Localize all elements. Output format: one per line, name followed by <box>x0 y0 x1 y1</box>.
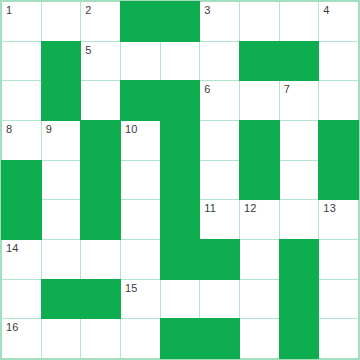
cell-r5c5[interactable]: 11 <box>200 200 239 239</box>
cell-r3c7[interactable] <box>280 121 319 160</box>
cell-r2c5[interactable]: 6 <box>200 81 239 120</box>
blocked-cell-r4c6 <box>240 161 279 200</box>
blocked-cell-r3c8 <box>319 121 358 160</box>
cell-r5c1[interactable] <box>42 200 81 239</box>
cell-r8c1[interactable] <box>42 319 81 358</box>
blocked-cell-r1c6 <box>240 42 279 81</box>
cell-r3c0[interactable]: 8 <box>2 121 41 160</box>
blocked-cell-r1c7 <box>280 42 319 81</box>
cell-r0c6[interactable] <box>240 2 279 41</box>
cell-r0c5[interactable]: 3 <box>200 2 239 41</box>
cell-r2c0[interactable] <box>2 81 41 120</box>
cell-r0c0[interactable]: 1 <box>2 2 41 41</box>
cell-r1c0[interactable] <box>2 42 41 81</box>
blocked-cell-r3c4 <box>161 121 200 160</box>
clue-number-13: 13 <box>323 202 336 215</box>
crossword-puzzle: 12345678910111213141516 <box>0 0 360 360</box>
blocked-cell-r5c4 <box>161 200 200 239</box>
blocked-cell-r0c4 <box>161 2 200 41</box>
cell-r7c4[interactable] <box>161 280 200 319</box>
clue-number-4: 4 <box>323 4 329 17</box>
clue-number-7: 7 <box>284 83 290 96</box>
cell-r1c3[interactable] <box>121 42 160 81</box>
blocked-cell-r6c7 <box>280 240 319 279</box>
blocked-cell-r8c7 <box>280 319 319 358</box>
cell-r0c7[interactable] <box>280 2 319 41</box>
blocked-cell-r8c5 <box>200 319 239 358</box>
clue-number-6: 6 <box>204 83 210 96</box>
clue-number-2: 2 <box>85 4 91 17</box>
blocked-cell-r7c7 <box>280 280 319 319</box>
blocked-cell-r2c3 <box>121 81 160 120</box>
clue-number-12: 12 <box>244 202 257 215</box>
cell-r2c2[interactable] <box>81 81 120 120</box>
blocked-cell-r2c1 <box>42 81 81 120</box>
clue-number-16: 16 <box>6 321 19 334</box>
cell-r2c7[interactable]: 7 <box>280 81 319 120</box>
clue-number-10: 10 <box>125 123 138 136</box>
clue-number-9: 9 <box>46 123 52 136</box>
cell-r1c5[interactable] <box>200 42 239 81</box>
cell-r5c7[interactable] <box>280 200 319 239</box>
clue-number-5: 5 <box>85 44 91 57</box>
cell-r8c3[interactable] <box>121 319 160 358</box>
cell-r3c3[interactable]: 10 <box>121 121 160 160</box>
cell-r5c8[interactable]: 13 <box>319 200 358 239</box>
blocked-cell-r5c2 <box>81 200 120 239</box>
blocked-cell-r7c1 <box>42 280 81 319</box>
cell-r8c0[interactable]: 16 <box>2 319 41 358</box>
cell-r3c1[interactable]: 9 <box>42 121 81 160</box>
blocked-cell-r7c2 <box>81 280 120 319</box>
cell-r0c8[interactable]: 4 <box>319 2 358 41</box>
crossword-board: 12345678910111213141516 <box>0 0 360 360</box>
cell-r6c2[interactable] <box>81 240 120 279</box>
cell-r0c1[interactable] <box>42 2 81 41</box>
blocked-cell-r0c3 <box>121 2 160 41</box>
cell-r1c4[interactable] <box>161 42 200 81</box>
blocked-cell-r8c4 <box>161 319 200 358</box>
cell-r6c8[interactable] <box>319 240 358 279</box>
clue-number-11: 11 <box>204 202 216 215</box>
cell-r5c3[interactable] <box>121 200 160 239</box>
blocked-cell-r3c6 <box>240 121 279 160</box>
cell-r8c8[interactable] <box>319 319 358 358</box>
cell-r1c8[interactable] <box>319 42 358 81</box>
cell-r4c3[interactable] <box>121 161 160 200</box>
clue-number-8: 8 <box>6 123 12 136</box>
cell-r4c7[interactable] <box>280 161 319 200</box>
clue-number-3: 3 <box>204 4 210 17</box>
cell-r8c2[interactable] <box>81 319 120 358</box>
cell-r4c5[interactable] <box>200 161 239 200</box>
cell-r7c6[interactable] <box>240 280 279 319</box>
blocked-cell-r3c2 <box>81 121 120 160</box>
cell-r4c1[interactable] <box>42 161 81 200</box>
blocked-cell-r5c0 <box>2 200 41 239</box>
cell-r2c8[interactable] <box>319 81 358 120</box>
cell-r2c6[interactable] <box>240 81 279 120</box>
blocked-cell-r6c4 <box>161 240 200 279</box>
cell-r6c0[interactable]: 14 <box>2 240 41 279</box>
blocked-cell-r1c1 <box>42 42 81 81</box>
blocked-cell-r6c5 <box>200 240 239 279</box>
cell-r7c5[interactable] <box>200 280 239 319</box>
cell-r6c1[interactable] <box>42 240 81 279</box>
cell-r1c2[interactable]: 5 <box>81 42 120 81</box>
cell-r5c6[interactable]: 12 <box>240 200 279 239</box>
cell-r7c3[interactable]: 15 <box>121 280 160 319</box>
cell-r6c6[interactable] <box>240 240 279 279</box>
cell-r3c5[interactable] <box>200 121 239 160</box>
blocked-cell-r4c2 <box>81 161 120 200</box>
cell-r0c2[interactable]: 2 <box>81 2 120 41</box>
blocked-cell-r2c4 <box>161 81 200 120</box>
clue-number-14: 14 <box>6 242 19 255</box>
blocked-cell-r4c0 <box>2 161 41 200</box>
cell-r6c3[interactable] <box>121 240 160 279</box>
clue-number-15: 15 <box>125 282 138 295</box>
blocked-cell-r4c8 <box>319 161 358 200</box>
blocked-cell-r4c4 <box>161 161 200 200</box>
cell-r7c0[interactable] <box>2 280 41 319</box>
clue-number-1: 1 <box>6 4 12 17</box>
cell-r8c6[interactable] <box>240 319 279 358</box>
cell-r7c8[interactable] <box>319 280 358 319</box>
